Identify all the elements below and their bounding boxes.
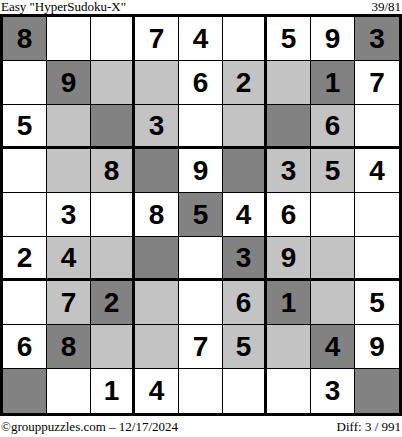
cell-r6c4[interactable] bbox=[135, 237, 179, 281]
cell-r8c3[interactable] bbox=[91, 325, 135, 369]
cell-r8c7[interactable] bbox=[267, 325, 311, 369]
cell-r6c2: 4 bbox=[47, 237, 91, 281]
cell-r3c6[interactable] bbox=[223, 105, 267, 149]
cell-r2c7[interactable] bbox=[267, 61, 311, 105]
cell-r3c7[interactable] bbox=[267, 105, 311, 149]
cell-r8c1: 6 bbox=[3, 325, 47, 369]
cell-r9c2[interactable] bbox=[47, 369, 91, 413]
cell-r9c4: 4 bbox=[135, 369, 179, 413]
cell-r1c9: 3 bbox=[355, 17, 399, 61]
cell-r1c1: 8 bbox=[3, 17, 47, 61]
cell-r7c7: 1 bbox=[267, 281, 311, 325]
cell-r9c7[interactable] bbox=[267, 369, 311, 413]
cell-r9c3: 1 bbox=[91, 369, 135, 413]
difficulty-text: Diff: 3 / 991 bbox=[337, 419, 401, 435]
cell-r2c6: 2 bbox=[223, 61, 267, 105]
cell-r4c8: 5 bbox=[311, 149, 355, 193]
cell-r1c7: 5 bbox=[267, 17, 311, 61]
cell-r1c4: 7 bbox=[135, 17, 179, 61]
cell-r8c6: 5 bbox=[223, 325, 267, 369]
cell-r6c5[interactable] bbox=[179, 237, 223, 281]
cell-r4c9: 4 bbox=[355, 149, 399, 193]
cell-r3c9[interactable] bbox=[355, 105, 399, 149]
cell-r7c8[interactable] bbox=[311, 281, 355, 325]
cell-r4c2[interactable] bbox=[47, 149, 91, 193]
cell-r9c1[interactable] bbox=[3, 369, 47, 413]
cell-r4c7: 3 bbox=[267, 149, 311, 193]
cell-r8c8: 4 bbox=[311, 325, 355, 369]
cell-r5c8[interactable] bbox=[311, 193, 355, 237]
cell-r9c5[interactable] bbox=[179, 369, 223, 413]
cell-r7c3: 2 bbox=[91, 281, 135, 325]
cell-r4c3: 8 bbox=[91, 149, 135, 193]
cell-r2c4[interactable] bbox=[135, 61, 179, 105]
cell-r5c5: 5 bbox=[179, 193, 223, 237]
cell-r1c5: 4 bbox=[179, 17, 223, 61]
cell-r7c1[interactable] bbox=[3, 281, 47, 325]
cell-r3c2[interactable] bbox=[47, 105, 91, 149]
sudoku-board: 8745939621753689354385462439726156875491… bbox=[0, 14, 402, 416]
cell-r9c9[interactable] bbox=[355, 369, 399, 413]
cell-r2c2: 9 bbox=[47, 61, 91, 105]
puzzle-title: Easy "HyperSudoku-X" bbox=[1, 0, 126, 14]
cell-r5c7: 6 bbox=[267, 193, 311, 237]
cell-r7c9: 5 bbox=[355, 281, 399, 325]
cell-r1c3[interactable] bbox=[91, 17, 135, 61]
copyright-text: ©grouppuzzles.com – 12/17/2024 bbox=[1, 419, 178, 435]
cell-r2c9: 7 bbox=[355, 61, 399, 105]
cell-r6c6: 3 bbox=[223, 237, 267, 281]
cell-r6c9[interactable] bbox=[355, 237, 399, 281]
cell-r5c4: 8 bbox=[135, 193, 179, 237]
cell-r4c5: 9 bbox=[179, 149, 223, 193]
cell-r9c6[interactable] bbox=[223, 369, 267, 413]
cell-r3c4: 3 bbox=[135, 105, 179, 149]
cell-r2c5: 6 bbox=[179, 61, 223, 105]
footer: ©grouppuzzles.com – 12/17/2024 Diff: 3 /… bbox=[0, 416, 402, 437]
cell-r8c5: 7 bbox=[179, 325, 223, 369]
puzzle-page: { "game": "HyperSudoku-X (9x9 sudoku wit… bbox=[0, 0, 402, 437]
cell-r5c6: 4 bbox=[223, 193, 267, 237]
givens-counter: 39/81 bbox=[371, 0, 401, 14]
cell-r3c5[interactable] bbox=[179, 105, 223, 149]
cell-r6c1: 2 bbox=[3, 237, 47, 281]
cell-r3c8: 6 bbox=[311, 105, 355, 149]
cell-r2c3[interactable] bbox=[91, 61, 135, 105]
cell-r1c6[interactable] bbox=[223, 17, 267, 61]
cell-r4c4[interactable] bbox=[135, 149, 179, 193]
cell-r1c2[interactable] bbox=[47, 17, 91, 61]
cell-r5c9[interactable] bbox=[355, 193, 399, 237]
cell-r5c2: 3 bbox=[47, 193, 91, 237]
cell-r4c6[interactable] bbox=[223, 149, 267, 193]
cell-r7c2: 7 bbox=[47, 281, 91, 325]
cell-r4c1[interactable] bbox=[3, 149, 47, 193]
cell-r2c8: 1 bbox=[311, 61, 355, 105]
cell-r8c4[interactable] bbox=[135, 325, 179, 369]
cell-r5c1[interactable] bbox=[3, 193, 47, 237]
cell-r3c1: 5 bbox=[3, 105, 47, 149]
cell-r7c5[interactable] bbox=[179, 281, 223, 325]
cell-r6c3[interactable] bbox=[91, 237, 135, 281]
cell-r7c6: 6 bbox=[223, 281, 267, 325]
cell-r3c3[interactable] bbox=[91, 105, 135, 149]
cell-r6c7: 9 bbox=[267, 237, 311, 281]
cell-r8c2: 8 bbox=[47, 325, 91, 369]
cell-r6c8[interactable] bbox=[311, 237, 355, 281]
cell-r2c1[interactable] bbox=[3, 61, 47, 105]
cell-r9c8: 3 bbox=[311, 369, 355, 413]
cell-r5c3[interactable] bbox=[91, 193, 135, 237]
header: Easy "HyperSudoku-X" 39/81 bbox=[0, 0, 402, 14]
cell-r8c9: 9 bbox=[355, 325, 399, 369]
cell-r1c8: 9 bbox=[311, 17, 355, 61]
cell-r7c4[interactable] bbox=[135, 281, 179, 325]
